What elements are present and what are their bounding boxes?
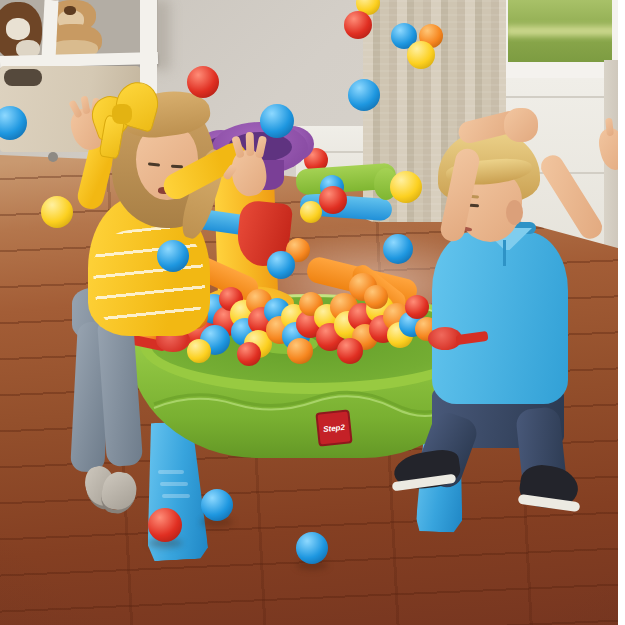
- page-margin-right: [618, 0, 625, 625]
- bin-handle-slot: [4, 69, 42, 86]
- table-leg-left-groove-3: [162, 494, 190, 498]
- play-ball-blue: [157, 240, 189, 272]
- play-ball-red: [148, 508, 182, 542]
- girl-shirt-stripes: [89, 223, 209, 338]
- step2-logo: Step2: [315, 409, 352, 446]
- play-ball-yellow: [407, 41, 435, 69]
- play-ball-blue: [383, 234, 413, 264]
- play-ball-yellow: [41, 196, 73, 228]
- teddy-bear-right-nose: [64, 6, 76, 15]
- play-ball-blue: [267, 251, 295, 279]
- boy-hand-left: [504, 108, 538, 142]
- play-ball-red: [319, 186, 347, 214]
- boy-torso: [432, 232, 568, 404]
- play-ball-red: [344, 11, 372, 39]
- boy-ear: [506, 200, 523, 225]
- step2-logo-text: Step2: [323, 422, 346, 433]
- window-grass-highlight: [505, 26, 625, 36]
- girl-finger-right-2: [246, 132, 255, 156]
- girl-hair-bow-knot: [112, 104, 132, 124]
- play-ball-blue: [296, 532, 328, 564]
- play-ball-blue: [348, 79, 380, 111]
- rim-emboss-wave: [150, 382, 470, 424]
- play-ball-blue: [260, 104, 294, 138]
- play-ball-yellow: [390, 171, 422, 203]
- play-ball-red: [187, 66, 219, 98]
- caster-wheel-left: [48, 152, 58, 162]
- play-ball-orange: [364, 285, 388, 309]
- boy-placket: [503, 240, 506, 266]
- play-ball-red: [405, 295, 429, 319]
- teddy-bear-left-snout: [6, 18, 30, 40]
- photo-scene: Step2: [0, 0, 625, 625]
- table-leg-left-groove-1: [158, 470, 184, 474]
- play-ball-blue: [201, 489, 233, 521]
- table-leg-left-groove-2: [160, 482, 188, 486]
